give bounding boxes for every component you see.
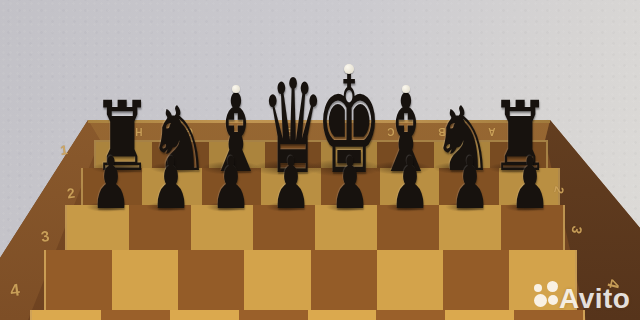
square-h5 <box>32 310 101 320</box>
square-f4 <box>178 250 244 310</box>
square-d5 <box>308 310 377 320</box>
piece-black-pawn-a2: ♟ <box>510 147 550 219</box>
avito-bubble <box>548 295 558 305</box>
square-e4 <box>244 250 310 310</box>
square-h4 <box>46 250 112 310</box>
square-g4 <box>112 250 178 310</box>
square-f5 <box>170 310 239 320</box>
chess-set-photo: HGFEDCBA1234234 ♜♞♝♛♚♝♞♜♟♟♟♟♟♟♟♟ Avito <box>0 0 640 320</box>
piece-black-pawn-e2: ♟ <box>271 147 311 219</box>
piece-black-pawn-g2: ♟ <box>151 147 191 219</box>
avito-bubble <box>547 281 558 292</box>
square-b5 <box>445 310 514 320</box>
board-rank-row-5 <box>30 310 585 320</box>
piece-black-pawn-f2: ♟ <box>211 147 251 219</box>
piece-black-pawn-b2: ♟ <box>450 147 490 219</box>
avito-logo-text: Avito <box>559 283 630 315</box>
square-e5 <box>239 310 308 320</box>
square-d4 <box>311 250 377 310</box>
piece-black-pawn-c2: ♟ <box>390 147 430 219</box>
avito-bubble <box>534 294 547 307</box>
square-c5 <box>376 310 445 320</box>
piece-black-pawn-d2: ♟ <box>330 147 370 219</box>
square-c4 <box>377 250 443 310</box>
piece-black-pawn-h2: ♟ <box>91 147 131 219</box>
board-rank-row-4 <box>44 250 577 310</box>
white-finial-bishop <box>232 85 240 93</box>
avito-bubble <box>534 284 542 292</box>
square-b4 <box>443 250 509 310</box>
square-g5 <box>101 310 170 320</box>
